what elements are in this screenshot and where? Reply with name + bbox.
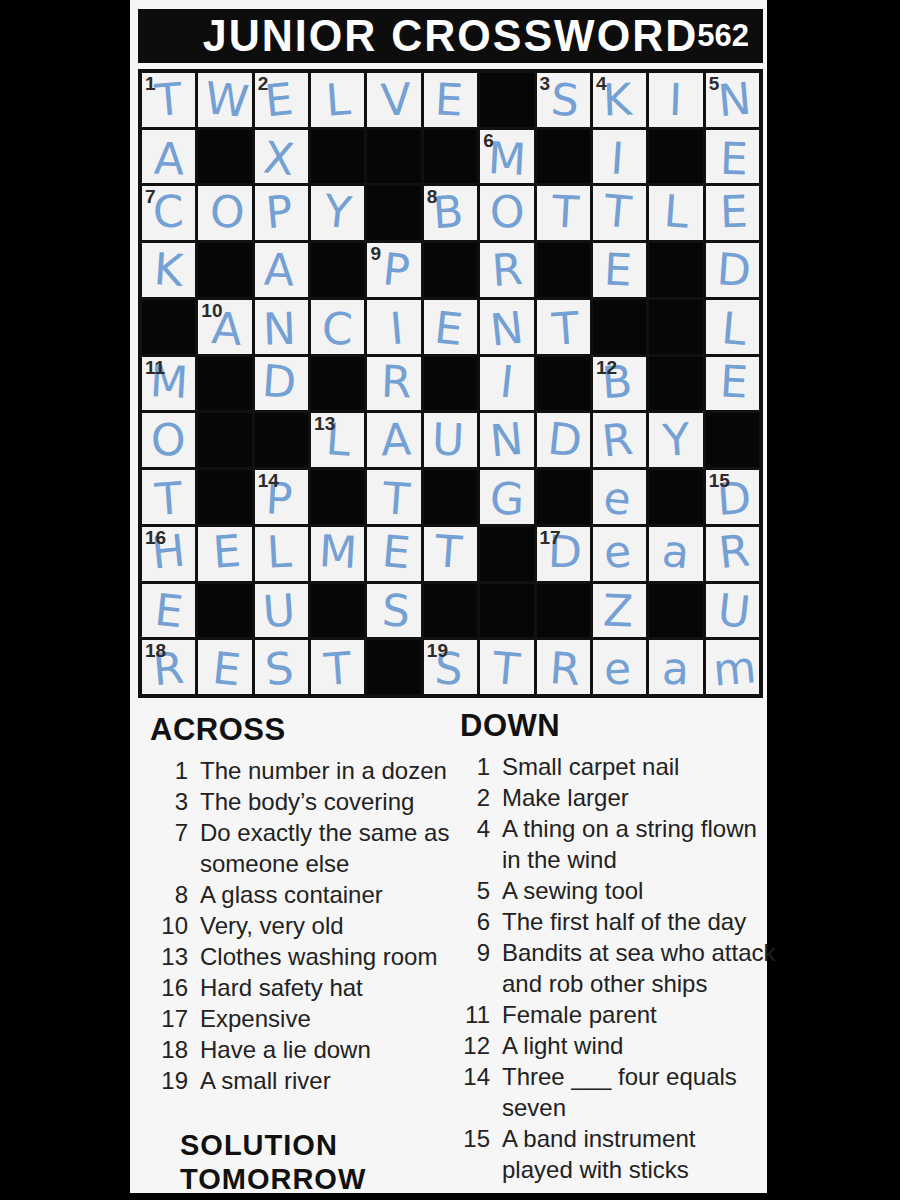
- cell-r2c11[interactable]: E: [706, 130, 759, 184]
- handwritten-letter: U: [716, 589, 752, 632]
- clue-across-19: 19A small river: [150, 1065, 445, 1096]
- cell-r6c11[interactable]: E: [706, 357, 759, 411]
- handwritten-letter: I: [669, 80, 683, 120]
- cell-r5c4[interactable]: C: [311, 300, 364, 354]
- cell-r4c1[interactable]: K: [142, 243, 195, 297]
- cell-r7c6[interactable]: U: [424, 413, 477, 467]
- block-r3c5: [367, 186, 420, 240]
- handwritten-letter: M: [318, 531, 358, 573]
- cell-r7c7[interactable]: N: [480, 413, 533, 467]
- clue-text: Female parent: [502, 999, 657, 1030]
- cell-r9c4[interactable]: M: [311, 527, 364, 581]
- block-r1c7: [480, 73, 533, 127]
- clue-down-6: 6The first half of the day: [460, 906, 762, 937]
- clue-num: 7: [150, 817, 200, 848]
- clue-num: 14: [460, 1061, 502, 1092]
- handwritten-letter: a: [662, 649, 690, 690]
- block-r2c4: [311, 130, 364, 184]
- clue-num: 1: [150, 755, 200, 786]
- handwritten-letter: D: [716, 249, 753, 291]
- handwritten-letter: T: [381, 478, 411, 519]
- cell-r5c8[interactable]: T: [537, 300, 590, 354]
- cell-r5c7[interactable]: N: [480, 300, 533, 354]
- cell-r5c11[interactable]: L: [706, 300, 759, 354]
- cell-r9c10[interactable]: a: [649, 527, 702, 581]
- crossword-grid: 1TW2ELVE3S4KI5NAX6MIE7COPY8BOTTLEKA9PRED…: [138, 69, 763, 698]
- cell-r5c6[interactable]: E: [424, 300, 477, 354]
- clue-num: 15: [460, 1123, 502, 1154]
- clue-text-line: Do exactly the same as: [200, 817, 449, 848]
- block-r8c6: [424, 470, 477, 524]
- handwritten-letter: S: [550, 79, 581, 120]
- clue-text: Hard safety hat: [200, 972, 363, 1003]
- cell-r11c6[interactable]: 19S: [424, 640, 477, 694]
- cell-r11c9[interactable]: e: [593, 640, 646, 694]
- clue-down-15: 15A band instrumentplayed with sticks: [460, 1123, 762, 1185]
- handwritten-letter: D: [546, 419, 584, 462]
- handwritten-letter: R: [600, 419, 635, 462]
- cell-r8c7[interactable]: G: [480, 470, 533, 524]
- handwritten-letter: O: [150, 420, 187, 461]
- handwritten-letter: E: [434, 79, 464, 120]
- block-r4c8: [537, 243, 590, 297]
- clue-text-line: The number in a dozen: [200, 755, 447, 786]
- clue-text-line: A band instrument: [502, 1123, 695, 1154]
- cell-r4c9[interactable]: E: [593, 243, 646, 297]
- handwritten-letter: Y: [661, 420, 691, 461]
- cell-r2c3[interactable]: X: [255, 130, 308, 184]
- handwritten-letter: C: [153, 191, 185, 232]
- block-r4c10: [649, 243, 702, 297]
- cell-r11c4[interactable]: T: [311, 640, 364, 694]
- handwritten-letter: T: [603, 190, 633, 232]
- cell-r3c4[interactable]: Y: [311, 186, 364, 240]
- cell-r2c1[interactable]: A: [142, 130, 195, 184]
- cell-r1c2[interactable]: W: [198, 73, 251, 127]
- clue-num: 16: [150, 972, 200, 1003]
- clue-num: 9: [460, 937, 502, 968]
- block-r5c1: [142, 300, 195, 354]
- clue-text-line: Expensive: [200, 1003, 311, 1034]
- clue-text: Expensive: [200, 1003, 311, 1034]
- block-r7c2: [198, 413, 251, 467]
- clue-across-7: 7Do exactly the same assomeone else: [150, 817, 445, 879]
- clue-text: The number in a dozen: [200, 755, 447, 786]
- clue-text: Bandits at sea who attackand rob other s…: [502, 937, 776, 999]
- title-bar: JUNIOR CROSSWORD 562: [138, 9, 763, 63]
- cell-r6c5[interactable]: R: [367, 357, 420, 411]
- handwritten-letter: S: [264, 648, 296, 690]
- puzzle-number: 562: [697, 18, 749, 54]
- clue-text: A band instrumentplayed with sticks: [502, 1123, 695, 1185]
- block-r2c5: [367, 130, 420, 184]
- cell-r8c3[interactable]: 14P: [255, 470, 308, 524]
- handwritten-letter: A: [153, 138, 184, 179]
- clue-down-9: 9Bandits at sea who attackand rob other …: [460, 937, 762, 999]
- handwritten-letter: L: [720, 308, 748, 350]
- handwritten-letter: R: [548, 648, 581, 690]
- clue-num: 17: [150, 1003, 200, 1034]
- cell-r6c7[interactable]: I: [480, 357, 533, 411]
- handwritten-letter: L: [324, 79, 351, 120]
- handwritten-letter: N: [262, 308, 296, 349]
- clue-number: 9: [370, 243, 381, 265]
- handwritten-letter: T: [434, 531, 464, 572]
- cell-r6c3[interactable]: D: [255, 357, 308, 411]
- handwritten-letter: S: [381, 590, 411, 631]
- clue-number: 18: [145, 640, 166, 662]
- cell-r8c9[interactable]: e: [593, 470, 646, 524]
- handwritten-letter: P: [264, 191, 294, 233]
- clue-down-5: 5A sewing tool: [460, 875, 762, 906]
- clue-number: 1: [145, 73, 156, 95]
- clue-text: Do exactly the same assomeone else: [200, 817, 449, 879]
- handwritten-letter: C: [322, 308, 354, 349]
- clue-text: A thing on a string flownin the wind: [502, 813, 757, 875]
- cell-r1c8[interactable]: 3S: [537, 73, 590, 127]
- clue-text: A sewing tool: [502, 875, 643, 906]
- block-r5c9: [593, 300, 646, 354]
- clue-number: 12: [596, 357, 617, 379]
- handwritten-letter: E: [603, 249, 633, 290]
- clues-across-list: 1The number in a dozen3The body’s coveri…: [150, 755, 445, 1096]
- cell-r9c6[interactable]: T: [424, 527, 477, 581]
- clue-num: 19: [150, 1065, 200, 1096]
- cell-r7c4[interactable]: 13L: [311, 413, 364, 467]
- cell-r11c3[interactable]: S: [255, 640, 308, 694]
- solution-notice: SOLUTION TOMORROW: [180, 1128, 366, 1196]
- handwritten-letter: V: [380, 79, 412, 120]
- clue-num: 6: [460, 906, 502, 937]
- block-r2c10: [649, 130, 702, 184]
- cell-r1c6[interactable]: E: [424, 73, 477, 127]
- handwritten-letter: I: [388, 308, 404, 349]
- block-r10c8: [537, 584, 590, 638]
- clue-number: 16: [145, 527, 166, 549]
- cell-r3c7[interactable]: O: [480, 186, 533, 240]
- cell-r2c9[interactable]: I: [593, 130, 646, 184]
- cell-r9c5[interactable]: E: [367, 527, 420, 581]
- clue-text-line: The first half of the day: [502, 906, 746, 937]
- clue-number: 7: [145, 186, 156, 208]
- cell-r7c5[interactable]: A: [367, 413, 420, 467]
- cell-r1c4[interactable]: L: [311, 73, 364, 127]
- clue-text-line: someone else: [200, 848, 449, 879]
- block-r8c2: [198, 470, 251, 524]
- block-r6c4: [311, 357, 364, 411]
- clue-number: 4: [596, 73, 607, 95]
- cell-r4c5[interactable]: 9P: [367, 243, 420, 297]
- clue-text: The first half of the day: [502, 906, 746, 937]
- cell-r3c8[interactable]: T: [537, 186, 590, 240]
- clue-text-line: in the wind: [502, 844, 757, 875]
- handwritten-letter: U: [432, 420, 466, 461]
- clue-num: 18: [150, 1034, 200, 1065]
- clue-across-1: 1The number in a dozen: [150, 755, 445, 786]
- clue-number: 6: [483, 130, 494, 152]
- handwritten-letter: e: [602, 478, 633, 520]
- clue-down-11: 11Female parent: [460, 999, 762, 1030]
- clue-text: Very, very old: [200, 910, 344, 941]
- block-r2c8: [537, 130, 590, 184]
- clue-across-8: 8A glass container: [150, 879, 445, 910]
- clue-number: 5: [709, 73, 720, 95]
- clue-text-line: Female parent: [502, 999, 657, 1030]
- handwritten-letter: R: [380, 361, 412, 402]
- clue-down-14: 14Three ___ four equalsseven: [460, 1061, 762, 1123]
- cell-r9c9[interactable]: e: [593, 527, 646, 581]
- clue-text-line: seven: [502, 1092, 737, 1123]
- handwritten-letter: I: [499, 361, 516, 402]
- block-r10c7: [480, 584, 533, 638]
- cell-r7c9[interactable]: R: [593, 413, 646, 467]
- block-r11c5: [367, 640, 420, 694]
- cell-r4c3[interactable]: A: [255, 243, 308, 297]
- clue-text: Small carpet nail: [502, 751, 679, 782]
- clue-text-line: Have a lie down: [200, 1034, 371, 1065]
- block-r2c6: [424, 130, 477, 184]
- handwritten-letter: T: [551, 308, 581, 349]
- clue-number: 15: [709, 470, 730, 492]
- clue-text: A small river: [200, 1065, 331, 1096]
- handwritten-letter: m: [711, 647, 757, 690]
- cell-r10c3[interactable]: U: [255, 584, 308, 638]
- clue-number: 2: [258, 73, 269, 95]
- clue-across-17: 17Expensive: [150, 1003, 445, 1034]
- handwritten-letter: G: [489, 479, 524, 520]
- solution-line2: TOMORROW: [180, 1162, 366, 1196]
- block-r10c4: [311, 584, 364, 638]
- handwritten-letter: N: [716, 79, 752, 121]
- block-r7c3: [255, 413, 308, 467]
- cell-r6c9[interactable]: 12B: [593, 357, 646, 411]
- handwritten-letter: W: [203, 78, 250, 122]
- cell-r11c10[interactable]: a: [649, 640, 702, 694]
- cell-r3c1[interactable]: 7C: [142, 186, 195, 240]
- handwritten-letter: E: [212, 531, 243, 572]
- cell-r11c1[interactable]: 18R: [142, 640, 195, 694]
- handwritten-letter: E: [720, 138, 749, 179]
- cell-r9c11[interactable]: R: [706, 527, 759, 581]
- block-r8c4: [311, 470, 364, 524]
- cell-r9c2[interactable]: E: [198, 527, 251, 581]
- clue-text-line: Hard safety hat: [200, 972, 363, 1003]
- handwritten-letter: E: [719, 361, 749, 402]
- clue-across-16: 16Hard safety hat: [150, 972, 445, 1003]
- clue-text-line: Very, very old: [200, 910, 344, 941]
- cell-r11c7[interactable]: T: [480, 640, 533, 694]
- clue-text-line: A small river: [200, 1065, 331, 1096]
- clue-text: Three ___ four equalsseven: [502, 1061, 737, 1123]
- block-r2c2: [198, 130, 251, 184]
- cell-r8c11[interactable]: 15D: [706, 470, 759, 524]
- cell-r5c5[interactable]: I: [367, 300, 420, 354]
- handwritten-letter: R: [490, 249, 523, 291]
- cell-r10c1[interactable]: E: [142, 584, 195, 638]
- cell-r3c11[interactable]: E: [706, 186, 759, 240]
- handwritten-letter: R: [717, 530, 752, 573]
- cell-r3c10[interactable]: L: [649, 186, 702, 240]
- clue-number: 3: [540, 73, 551, 95]
- clue-text-line: played with sticks: [502, 1154, 695, 1185]
- block-r4c4: [311, 243, 364, 297]
- handwritten-letter: L: [662, 191, 689, 232]
- clue-text: Make larger: [502, 782, 629, 813]
- cell-r9c8[interactable]: 17D: [537, 527, 590, 581]
- clue-num: 2: [460, 782, 502, 813]
- cell-r9c3[interactable]: L: [255, 527, 308, 581]
- cell-r3c6[interactable]: 8B: [424, 186, 477, 240]
- puzzle-page: JUNIOR CROSSWORD 562 1TW2ELVE3S4KI5NAX6M…: [130, 0, 767, 1193]
- handwritten-letter: X: [262, 137, 296, 180]
- cell-r1c5[interactable]: V: [367, 73, 420, 127]
- clue-num: 1: [460, 751, 502, 782]
- clue-text-line: Three ___ four equals: [502, 1061, 737, 1092]
- handwritten-letter: N: [489, 419, 525, 461]
- down-clues: DOWN 1Small carpet nail2Make larger4A th…: [460, 708, 762, 1185]
- block-r10c10: [649, 584, 702, 638]
- clue-text-line: A glass container: [200, 879, 383, 910]
- handwritten-letter: e: [603, 649, 631, 690]
- handwritten-letter: T: [492, 648, 522, 690]
- cell-r8c5[interactable]: T: [367, 470, 420, 524]
- handwritten-letter: E: [153, 589, 185, 631]
- block-r8c8: [537, 470, 590, 524]
- handwritten-letter: U: [262, 590, 297, 632]
- clue-number: 10: [201, 300, 222, 322]
- cell-r5c2[interactable]: 10A: [198, 300, 251, 354]
- clue-text: The body’s covering: [200, 786, 414, 817]
- handwritten-letter: E: [720, 191, 749, 232]
- handwritten-letter: a: [661, 531, 692, 573]
- block-r5c10: [649, 300, 702, 354]
- cell-r11c8[interactable]: R: [537, 640, 590, 694]
- clue-number: 11: [145, 357, 165, 379]
- cell-r10c11[interactable]: U: [706, 584, 759, 638]
- clue-number: 14: [258, 470, 279, 492]
- clue-down-2: 2Make larger: [460, 782, 762, 813]
- handwritten-letter: K: [153, 249, 185, 291]
- cell-r10c5[interactable]: S: [367, 584, 420, 638]
- cell-r7c1[interactable]: O: [142, 413, 195, 467]
- clue-num: 5: [460, 875, 502, 906]
- clue-number: 19: [427, 640, 448, 662]
- block-r4c6: [424, 243, 477, 297]
- cell-r7c10[interactable]: Y: [649, 413, 702, 467]
- handwritten-letter: T: [551, 191, 580, 232]
- page-title: JUNIOR CROSSWORD: [203, 11, 698, 61]
- handwritten-letter: Z: [602, 590, 634, 631]
- clue-number: 13: [314, 413, 335, 435]
- cell-r1c9[interactable]: 4K: [593, 73, 646, 127]
- cell-r1c10[interactable]: I: [649, 73, 702, 127]
- handwritten-letter: E: [211, 648, 243, 690]
- clue-num: 8: [150, 879, 200, 910]
- clue-text-line: Clothes washing room: [200, 941, 437, 972]
- cell-r10c9[interactable]: Z: [593, 584, 646, 638]
- cell-r9c1[interactable]: 16H: [142, 527, 195, 581]
- handwritten-letter: N: [489, 307, 526, 350]
- clue-text: A light wind: [502, 1030, 623, 1061]
- solution-line1: SOLUTION: [180, 1128, 366, 1162]
- clue-num: 3: [150, 786, 200, 817]
- handwritten-letter: A: [380, 420, 411, 461]
- handwritten-letter: I: [610, 138, 626, 178]
- clue-text-line: A light wind: [502, 1030, 623, 1061]
- cell-r4c7[interactable]: R: [480, 243, 533, 297]
- block-r4c2: [198, 243, 251, 297]
- block-r9c7: [480, 527, 533, 581]
- clue-down-12: 12A light wind: [460, 1030, 762, 1061]
- clue-down-1: 1Small carpet nail: [460, 751, 762, 782]
- cell-r3c9[interactable]: T: [593, 186, 646, 240]
- handwritten-letter: O: [209, 191, 245, 232]
- clue-text-line: Small carpet nail: [502, 751, 679, 782]
- clue-down-4: 4A thing on a string flownin the wind: [460, 813, 762, 875]
- clue-text-line: A sewing tool: [502, 875, 643, 906]
- block-r8c10: [649, 470, 702, 524]
- cell-r5c3[interactable]: N: [255, 300, 308, 354]
- cell-r3c3[interactable]: P: [255, 186, 308, 240]
- handwritten-letter: O: [488, 191, 525, 232]
- handwritten-letter: T: [154, 79, 184, 121]
- handwritten-letter: T: [323, 648, 353, 689]
- handwritten-letter: D: [261, 360, 298, 402]
- handwritten-letter: e: [602, 531, 632, 573]
- clue-text: A glass container: [200, 879, 383, 910]
- cell-r6c1[interactable]: 11M: [142, 357, 195, 411]
- handwritten-letter: Y: [323, 190, 354, 232]
- handwritten-letter: E: [432, 307, 464, 349]
- cell-r3c2[interactable]: O: [198, 186, 251, 240]
- clue-across-13: 13Clothes washing room: [150, 941, 445, 972]
- cell-r1c1[interactable]: 1T: [142, 73, 195, 127]
- block-r6c8: [537, 357, 590, 411]
- handwritten-letter: K: [602, 80, 632, 121]
- clue-text-line: and rob other ships: [502, 968, 776, 999]
- block-r7c11: [706, 413, 759, 467]
- clue-text-line: Make larger: [502, 782, 629, 813]
- across-clues: ACROSS 1The number in a dozen3The body’s…: [150, 712, 445, 1096]
- cell-r7c8[interactable]: D: [537, 413, 590, 467]
- cell-r2c7[interactable]: 6M: [480, 130, 533, 184]
- cell-r4c11[interactable]: D: [706, 243, 759, 297]
- handwritten-letter: L: [266, 531, 293, 572]
- clue-number: 17: [540, 527, 561, 549]
- handwritten-letter: P: [381, 249, 412, 291]
- clue-across-3: 3The body’s covering: [150, 786, 445, 817]
- handwritten-letter: A: [264, 250, 295, 291]
- clue-text: Have a lie down: [200, 1034, 371, 1065]
- clue-text: Clothes washing room: [200, 941, 437, 972]
- clue-num: 12: [460, 1030, 502, 1061]
- clue-number: 8: [427, 186, 438, 208]
- clue-text-line: Bandits at sea who attack: [502, 937, 776, 968]
- clue-num: 11: [460, 999, 502, 1030]
- clue-num: 4: [460, 813, 502, 844]
- clue-across-18: 18Have a lie down: [150, 1034, 445, 1065]
- down-heading: DOWN: [460, 708, 762, 744]
- cell-r11c2[interactable]: E: [198, 640, 251, 694]
- cell-r11c11[interactable]: m: [706, 640, 759, 694]
- cell-r1c11[interactable]: 5N: [706, 73, 759, 127]
- block-r6c6: [424, 357, 477, 411]
- clue-text-line: A thing on a string flown: [502, 813, 757, 844]
- clue-across-10: 10Very, very old: [150, 910, 445, 941]
- handwritten-letter: T: [154, 478, 184, 519]
- cell-r1c3[interactable]: 2E: [255, 73, 308, 127]
- cell-r8c1[interactable]: T: [142, 470, 195, 524]
